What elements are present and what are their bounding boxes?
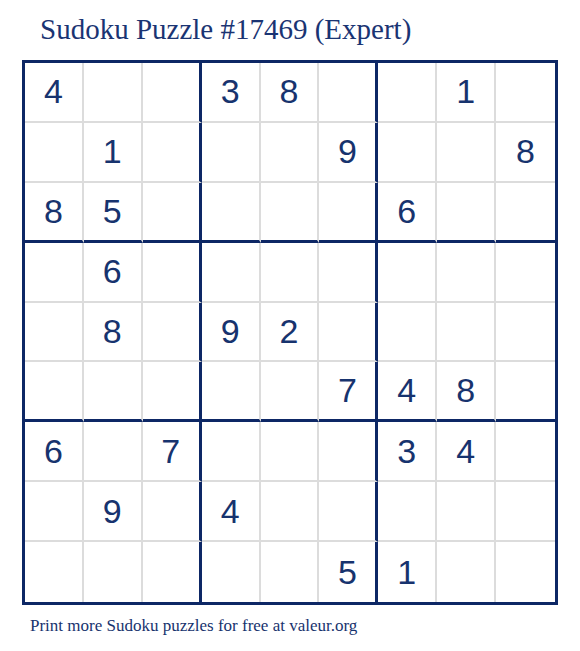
cell-r3c8-empty[interactable]: [437, 183, 496, 243]
cell-r8c4-given[interactable]: 4: [202, 482, 261, 542]
cell-r2c8-empty[interactable]: [437, 123, 496, 183]
cell-r6c6-given[interactable]: 7: [319, 362, 378, 422]
cell-r2c1-empty[interactable]: [25, 123, 84, 183]
cell-r1c5-given[interactable]: 8: [261, 63, 320, 123]
cell-r6c8-given[interactable]: 8: [437, 362, 496, 422]
puzzle-title: Sudoku Puzzle #17469 (Expert): [40, 14, 411, 46]
cell-r9c7-given[interactable]: 1: [378, 542, 437, 602]
cell-r2c9-given[interactable]: 8: [496, 123, 555, 183]
cell-r2c4-empty[interactable]: [202, 123, 261, 183]
cell-r1c7-empty[interactable]: [378, 63, 437, 123]
cell-r9c8-given[interactable]: [437, 542, 496, 602]
cell-r8c7-empty[interactable]: [378, 482, 437, 542]
cell-r4c5-empty[interactable]: [261, 243, 320, 303]
cell-r4c8-empty[interactable]: [437, 243, 496, 303]
cell-r7c9-empty[interactable]: [496, 422, 555, 482]
cell-r4c4-empty[interactable]: [202, 243, 261, 303]
cell-r7c4-empty[interactable]: [202, 422, 261, 482]
cell-r5c3-empty[interactable]: [143, 303, 202, 363]
cell-r1c6-empty[interactable]: [319, 63, 378, 123]
cell-r3c9-empty[interactable]: [496, 183, 555, 243]
cell-r4c2-given[interactable]: 6: [84, 243, 143, 303]
cell-r2c2-given[interactable]: 1: [84, 123, 143, 183]
cell-r7c8-given[interactable]: 4: [437, 422, 496, 482]
cell-r6c7-given[interactable]: 4: [378, 362, 437, 422]
cell-r7c2-empty[interactable]: [84, 422, 143, 482]
cell-r3c4-empty[interactable]: [202, 183, 261, 243]
cell-r9c3-empty[interactable]: [143, 542, 202, 602]
footer-text: Print more Sudoku puzzles for free at va…: [30, 616, 357, 636]
cell-r4c1-empty[interactable]: [25, 243, 84, 303]
cell-r8c8-empty[interactable]: [437, 482, 496, 542]
cell-r7c3-given[interactable]: 7: [143, 422, 202, 482]
sudoku-board: 4381198856689274867349451: [22, 60, 558, 605]
cell-r3c6-empty[interactable]: [319, 183, 378, 243]
cell-r1c8-given[interactable]: 1: [437, 63, 496, 123]
cell-r6c4-empty[interactable]: [202, 362, 261, 422]
cell-r3c2-given[interactable]: 5: [84, 183, 143, 243]
cell-r4c9-empty[interactable]: [496, 243, 555, 303]
cell-r8c1-empty[interactable]: [25, 482, 84, 542]
cell-r1c4-given[interactable]: 3: [202, 63, 261, 123]
cell-r1c9-empty[interactable]: [496, 63, 555, 123]
cell-r2c5-empty[interactable]: [261, 123, 320, 183]
cell-r2c6-given[interactable]: 9: [319, 123, 378, 183]
cell-r6c5-empty[interactable]: [261, 362, 320, 422]
cell-r4c3-empty[interactable]: [143, 243, 202, 303]
cell-r5c4-given[interactable]: 9: [202, 303, 261, 363]
cell-r1c2-empty[interactable]: [84, 63, 143, 123]
cell-r8c9-empty[interactable]: [496, 482, 555, 542]
cell-r6c3-empty[interactable]: [143, 362, 202, 422]
cell-r5c9-empty[interactable]: [496, 303, 555, 363]
cell-r4c6-empty[interactable]: [319, 243, 378, 303]
cell-r1c1-given[interactable]: 4: [25, 63, 84, 123]
cell-r7c5-empty[interactable]: [261, 422, 320, 482]
cell-r1c3-empty[interactable]: [143, 63, 202, 123]
cell-r8c3-empty[interactable]: [143, 482, 202, 542]
cell-r5c1-empty[interactable]: [25, 303, 84, 363]
cell-r5c2-given[interactable]: 8: [84, 303, 143, 363]
cell-r5c8-empty[interactable]: [437, 303, 496, 363]
cell-r9c5-empty[interactable]: [261, 542, 320, 602]
cell-r3c1-given[interactable]: 8: [25, 183, 84, 243]
cell-r9c4-empty[interactable]: [202, 542, 261, 602]
page: Sudoku Puzzle #17469 (Expert) 4381198856…: [0, 0, 580, 651]
cell-r6c9-empty[interactable]: [496, 362, 555, 422]
cell-r9c9-given[interactable]: [496, 542, 555, 602]
cell-r7c6-empty[interactable]: [319, 422, 378, 482]
cell-r9c2-empty[interactable]: [84, 542, 143, 602]
cell-r8c6-empty[interactable]: [319, 482, 378, 542]
cell-r9c6-given[interactable]: 5: [319, 542, 378, 602]
cell-r2c7-empty[interactable]: [378, 123, 437, 183]
cell-r6c2-empty[interactable]: [84, 362, 143, 422]
cell-r4c7-empty[interactable]: [378, 243, 437, 303]
cell-r3c3-empty[interactable]: [143, 183, 202, 243]
cell-r8c5-empty[interactable]: [261, 482, 320, 542]
cell-r3c5-empty[interactable]: [261, 183, 320, 243]
cell-r5c5-given[interactable]: 2: [261, 303, 320, 363]
cell-r8c2-given[interactable]: 9: [84, 482, 143, 542]
cell-r2c3-empty[interactable]: [143, 123, 202, 183]
cell-r5c6-empty[interactable]: [319, 303, 378, 363]
cell-r7c1-given[interactable]: 6: [25, 422, 84, 482]
cell-r9c1-empty[interactable]: [25, 542, 84, 602]
cell-r6c1-empty[interactable]: [25, 362, 84, 422]
cell-r3c7-given[interactable]: 6: [378, 183, 437, 243]
cell-r5c7-empty[interactable]: [378, 303, 437, 363]
cell-r7c7-given[interactable]: 3: [378, 422, 437, 482]
